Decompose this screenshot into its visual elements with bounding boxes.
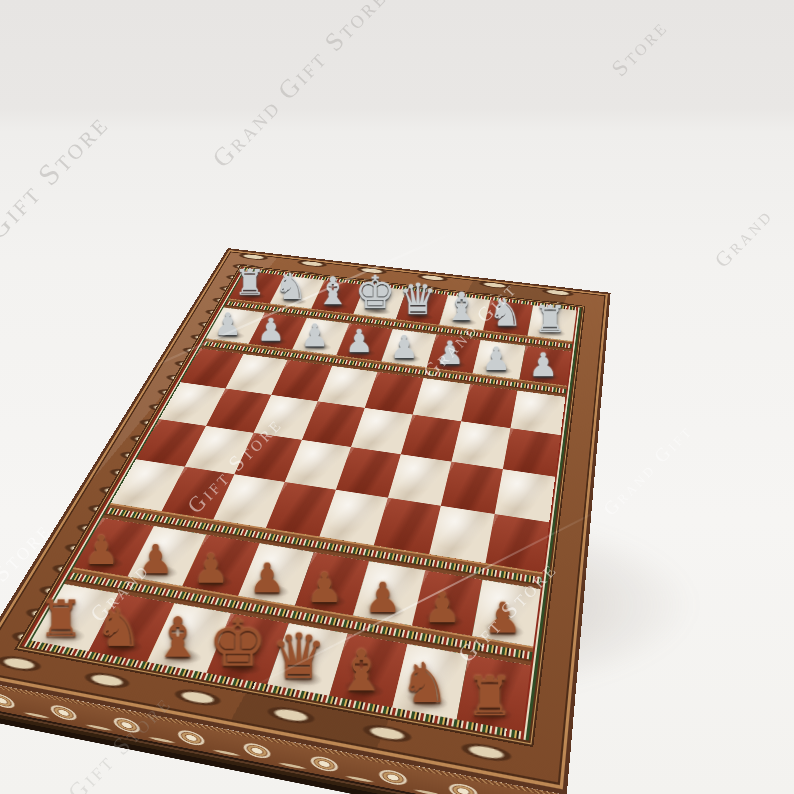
square-d6[interactable]	[365, 372, 424, 415]
square-b3[interactable]	[429, 506, 494, 564]
piece-copper-bishop[interactable]: ♝	[329, 643, 394, 700]
piece-silver-pawn[interactable]: ♟	[381, 331, 428, 363]
square-h5[interactable]	[159, 382, 225, 426]
square-b4[interactable]	[441, 462, 503, 514]
piece-silver-rook[interactable]: ♜	[528, 301, 573, 338]
piece-silver-pawn[interactable]: ♟	[473, 343, 520, 375]
board-grid: ♜♞♝♚♛♝♞♜♟♟♟♟♟♟♟♟♟♟♟♟♟♟♟♟♜♞♝♚♛♝♞♜	[31, 271, 576, 732]
product-photo-scene: ♜♞♝♚♛♝♞♜♟♟♟♟♟♟♟♟♟♟♟♟♟♟♟♟♜♞♝♚♛♝♞♜ Grand G…	[0, 0, 794, 794]
piece-silver-knight[interactable]: ♞	[269, 269, 312, 306]
piece-silver-pawn[interactable]: ♟	[519, 349, 567, 382]
piece-copper-queen[interactable]: ♛	[266, 625, 331, 687]
piece-copper-knight[interactable]: ♞	[392, 656, 458, 712]
square-a7[interactable]: ♟	[519, 346, 571, 386]
square-b8[interactable]: ♞	[483, 300, 533, 336]
mosaic-border: ♜♞♝♚♛♝♞♜♟♟♟♟♟♟♟♟♟♟♟♟♟♟♟♟♜♞♝♚♛♝♞♜	[21, 267, 581, 740]
piece-copper-pawn[interactable]: ♟	[181, 549, 240, 590]
piece-silver-rook[interactable]: ♜	[228, 265, 271, 300]
piece-copper-pawn[interactable]: ♟	[353, 577, 414, 619]
piece-silver-knight[interactable]: ♞	[483, 294, 528, 332]
piece-silver-bishop[interactable]: ♝	[439, 287, 484, 326]
piece-copper-pawn[interactable]: ♟	[412, 587, 473, 629]
square-a1[interactable]: ♜	[457, 655, 531, 732]
square-a2[interactable]: ♟	[472, 580, 541, 647]
square-h4[interactable]	[136, 419, 206, 467]
piece-copper-pawn[interactable]: ♟	[294, 567, 354, 608]
piece-silver-queen[interactable]: ♛	[396, 278, 440, 321]
piece-silver-pawn[interactable]: ♟	[336, 325, 382, 357]
piece-copper-bishop[interactable]: ♝	[146, 610, 209, 665]
square-b7[interactable]: ♟	[473, 340, 526, 379]
piece-copper-pawn[interactable]: ♟	[472, 597, 534, 639]
square-e4[interactable]	[285, 440, 351, 490]
piece-copper-rook[interactable]: ♜	[456, 669, 522, 723]
piece-copper-pawn[interactable]: ♟	[72, 530, 130, 570]
piece-copper-rook[interactable]: ♜	[30, 594, 92, 644]
square-b6[interactable]	[461, 384, 517, 428]
piece-copper-king[interactable]: ♚	[206, 611, 270, 677]
square-c6[interactable]	[413, 378, 470, 421]
piece-copper-pawn[interactable]: ♟	[237, 558, 297, 599]
piece-silver-king[interactable]: ♚	[353, 270, 397, 315]
square-h6[interactable]	[180, 348, 243, 388]
piece-copper-pawn[interactable]: ♟	[126, 539, 185, 579]
piece-copper-knight[interactable]: ♞	[87, 602, 150, 655]
chess-board-box: ♜♞♝♚♛♝♞♜♟♟♟♟♟♟♟♟♟♟♟♟♟♟♟♟♜♞♝♚♛♝♞♜	[0, 248, 611, 794]
piece-silver-pawn[interactable]: ♟	[292, 320, 338, 352]
studio-backdrop: ♜♞♝♚♛♝♞♜♟♟♟♟♟♟♟♟♟♟♟♟♟♟♟♟♜♞♝♚♛♝♞♜	[0, 0, 794, 794]
square-a8[interactable]: ♜	[528, 305, 577, 341]
square-a4[interactable]	[495, 469, 556, 522]
piece-silver-pawn[interactable]: ♟	[426, 337, 473, 369]
